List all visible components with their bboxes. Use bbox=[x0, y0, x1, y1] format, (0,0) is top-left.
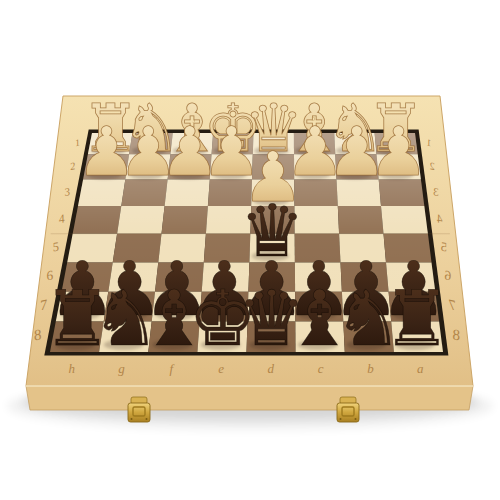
product-photo-chess-set: chess bbox=[0, 0, 500, 500]
square-f4[interactable] bbox=[162, 206, 208, 234]
file-label-bottom-e: e bbox=[218, 361, 224, 376]
front-apron bbox=[26, 386, 473, 410]
square-a4[interactable] bbox=[381, 206, 428, 234]
brass-latch-left bbox=[128, 397, 150, 422]
file-label-bottom-g: g bbox=[118, 361, 125, 376]
square-b4[interactable] bbox=[338, 206, 384, 234]
file-label-bottom-b: b bbox=[367, 361, 374, 376]
brass-latch-right bbox=[337, 397, 359, 422]
piece-white-pawn-a2[interactable]: ♟ bbox=[368, 112, 429, 191]
square-h4[interactable] bbox=[73, 206, 122, 234]
svg-text:♟: ♟ bbox=[368, 112, 429, 191]
file-label-bottom-h: h bbox=[68, 361, 75, 376]
file-label-bottom-a: a bbox=[417, 361, 424, 376]
piece-black-rook-a8[interactable]: ♜ bbox=[382, 274, 451, 363]
chess-board: 1234567812345678hgfedcbahgfedcba ♜♞♝♚♛♝♞… bbox=[0, 0, 500, 500]
file-label-bottom-c: c bbox=[318, 361, 324, 376]
square-g4[interactable] bbox=[117, 206, 165, 234]
file-label-bottom-d: d bbox=[268, 361, 275, 376]
svg-text:♜: ♜ bbox=[382, 274, 451, 363]
